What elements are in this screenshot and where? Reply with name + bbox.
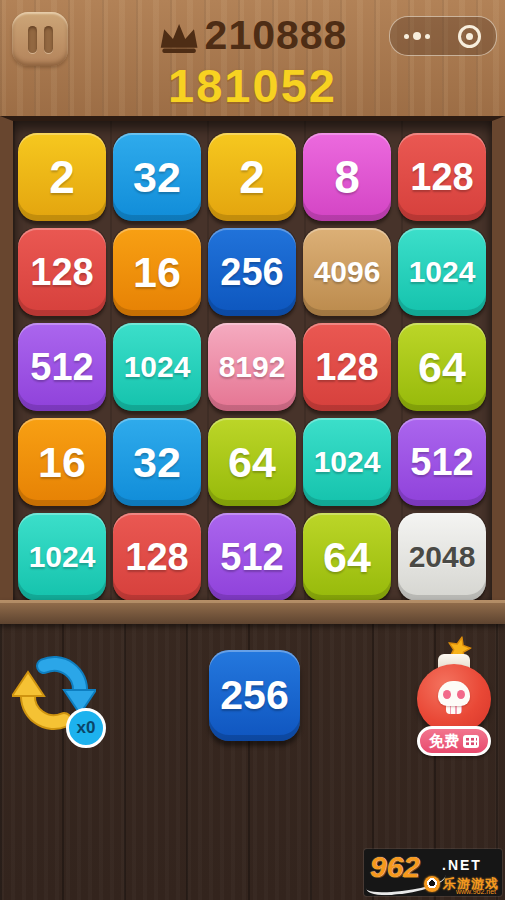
cell-r1c2: 32 — [113, 133, 201, 221]
skull-jaw — [446, 705, 462, 714]
target-circle-dot — [466, 33, 473, 40]
bomb-button[interactable]: 免费 — [408, 638, 500, 756]
cell-r4c5: 512 — [398, 418, 486, 506]
ellipsis-icon — [413, 32, 421, 40]
cell-r3c2: 1024 — [113, 323, 201, 411]
header-wood-band: 210888 181052 — [0, 0, 505, 118]
tile-4096: 4096 — [303, 228, 391, 316]
board-grid[interactable]: 2322812812816256409610245121024819212864… — [18, 133, 486, 601]
board-shelf — [0, 600, 505, 624]
tile-128: 128 — [18, 228, 106, 316]
tile-32: 32 — [113, 133, 201, 221]
watermark-url: www.962.net — [456, 888, 496, 895]
cell-r2c1: 128 — [18, 228, 106, 316]
tile-1024: 1024 — [398, 228, 486, 316]
tile-8192: 8192 — [208, 323, 296, 411]
cell-r4c2: 32 — [113, 418, 201, 506]
bomb-skull-icon — [417, 664, 491, 734]
tile-2: 2 — [208, 133, 296, 221]
cell-r1c1: 2 — [18, 133, 106, 221]
target-circle-icon — [458, 25, 481, 48]
exit-button[interactable] — [443, 25, 496, 48]
skull-eye — [443, 690, 451, 699]
footer-controls: x0 256 免费 962 — [0, 624, 505, 900]
video-ad-icon — [463, 735, 479, 748]
cell-r5c4: 64 — [303, 513, 391, 601]
game-board: 2322812812816256409610245121024819212864… — [0, 116, 505, 624]
cell-r1c4: 8 — [303, 133, 391, 221]
tile-128: 128 — [113, 513, 201, 601]
tile-128: 128 — [398, 133, 486, 221]
tile-64: 64 — [208, 418, 296, 506]
cell-r5c3: 512 — [208, 513, 296, 601]
tile-32: 32 — [113, 418, 201, 506]
skull-eye — [457, 690, 465, 699]
cell-r2c5: 1024 — [398, 228, 486, 316]
tile-1024: 1024 — [113, 323, 201, 411]
tile-512: 512 — [18, 323, 106, 411]
cell-r4c4: 1024 — [303, 418, 391, 506]
free-label: 免费 — [429, 732, 459, 751]
cell-r1c3: 2 — [208, 133, 296, 221]
cell-r3c3: 8192 — [208, 323, 296, 411]
cell-r4c1: 16 — [18, 418, 106, 506]
cell-r5c1: 1024 — [18, 513, 106, 601]
undo-count-badge: x0 — [66, 708, 106, 748]
cell-r5c2: 128 — [113, 513, 201, 601]
ellipsis-icon — [425, 34, 430, 39]
more-button[interactable] — [390, 32, 443, 40]
ellipsis-icon — [404, 34, 409, 39]
cell-r4c3: 64 — [208, 418, 296, 506]
next-tile-preview[interactable]: 256 — [209, 650, 300, 741]
tile-2048: 2048 — [398, 513, 486, 601]
crown-icon — [158, 21, 200, 55]
cell-r3c4: 128 — [303, 323, 391, 411]
eye-icon — [424, 876, 440, 892]
tile-256: 256 — [208, 228, 296, 316]
cell-r5c5: 2048 — [398, 513, 486, 601]
watermark-suffix: .NET — [442, 857, 482, 873]
current-score-value: 181052 — [0, 58, 505, 113]
cell-r2c3: 256 — [208, 228, 296, 316]
board-frame: 2322812812816256409610245121024819212864… — [0, 116, 505, 605]
tile-64: 64 — [398, 323, 486, 411]
tile-8: 8 — [303, 133, 391, 221]
wechat-capsule — [389, 16, 497, 56]
tile-2: 2 — [18, 133, 106, 221]
tile-512: 512 — [208, 513, 296, 601]
pause-icon — [28, 26, 37, 53]
tile-1024: 1024 — [303, 418, 391, 506]
skull-icon — [438, 681, 470, 717]
tile-512: 512 — [398, 418, 486, 506]
tile-16: 16 — [113, 228, 201, 316]
cell-r3c5: 64 — [398, 323, 486, 411]
cell-r2c4: 4096 — [303, 228, 391, 316]
game-screen: 210888 181052 23228128128162564096102451… — [0, 0, 505, 900]
best-score-row: 210888 — [158, 12, 348, 59]
cell-r3c1: 512 — [18, 323, 106, 411]
tile-128: 128 — [303, 323, 391, 411]
tile-16: 16 — [18, 418, 106, 506]
best-score-value: 210888 — [205, 12, 348, 59]
tile-64: 64 — [303, 513, 391, 601]
cell-r1c5: 128 — [398, 133, 486, 221]
free-bomb-badge[interactable]: 免费 — [417, 726, 491, 756]
pause-icon — [44, 26, 53, 53]
tile-1024: 1024 — [18, 513, 106, 601]
watermark-962net: 962 .NET 乐游游戏 www.962.net — [364, 849, 502, 896]
shuffle-refresh-button[interactable]: x0 — [12, 648, 104, 746]
cell-r2c2: 16 — [113, 228, 201, 316]
